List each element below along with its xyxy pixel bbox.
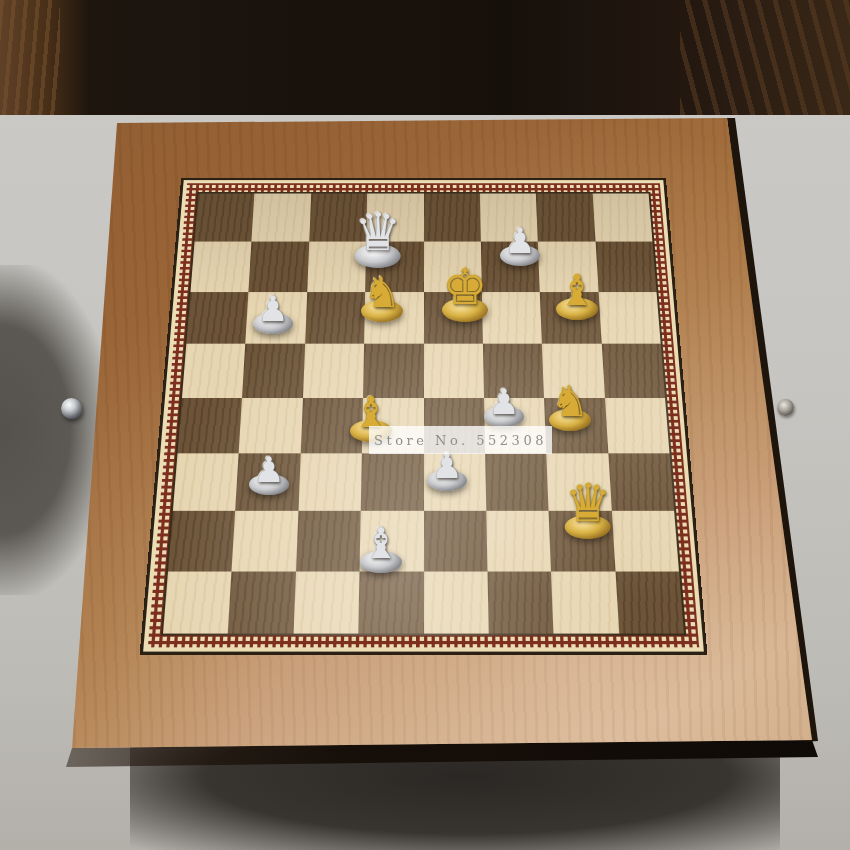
gold-knight-glyph: ♞ — [363, 272, 401, 314]
square-b8[interactable] — [252, 193, 311, 241]
silver-pawn-glyph: ♟ — [488, 385, 519, 420]
square-g1[interactable] — [551, 571, 619, 633]
square-h7[interactable] — [595, 242, 656, 292]
square-g8[interactable] — [536, 193, 595, 241]
gold-king-glyph: ♚ — [443, 262, 488, 312]
square-d3[interactable] — [361, 453, 424, 511]
shelf-wood-grain — [680, 0, 850, 115]
left-clasp-knob — [61, 398, 82, 419]
square-f3[interactable] — [485, 453, 549, 511]
piece-silver-pawn-f7[interactable]: ♟ — [500, 224, 540, 266]
square-b5[interactable] — [242, 344, 305, 398]
piece-gold-knight-d6[interactable]: ♞ — [361, 272, 403, 322]
square-c6[interactable] — [305, 292, 365, 344]
square-b2[interactable] — [232, 511, 298, 571]
square-a3[interactable] — [173, 453, 239, 511]
square-h3[interactable] — [608, 453, 674, 511]
piece-silver-pawn-f4[interactable]: ♟ — [484, 385, 524, 427]
piece-gold-queen-g2[interactable]: ♛ — [565, 477, 612, 539]
square-h4[interactable] — [605, 398, 670, 454]
piece-silver-pawn-b3[interactable]: ♟ — [249, 453, 289, 495]
square-a2[interactable] — [168, 511, 235, 571]
square-h8[interactable] — [592, 193, 652, 241]
piece-gold-bishop-g6[interactable]: ♝ — [556, 270, 598, 320]
square-a4[interactable] — [178, 398, 243, 454]
square-c3[interactable] — [298, 453, 362, 511]
silver-pawn-glyph: ♟ — [504, 224, 535, 259]
square-b7[interactable] — [249, 242, 309, 292]
square-e5[interactable] — [424, 344, 484, 398]
square-b4[interactable] — [239, 398, 303, 454]
square-h6[interactable] — [598, 292, 660, 344]
silver-bishop-glyph: ♝ — [362, 523, 400, 565]
square-f2[interactable] — [486, 511, 551, 571]
piece-silver-pawn-b6[interactable]: ♟ — [253, 292, 293, 334]
square-e2[interactable] — [424, 511, 488, 571]
square-h2[interactable] — [611, 511, 678, 571]
square-d1[interactable] — [358, 571, 423, 633]
square-e1[interactable] — [424, 571, 489, 633]
square-f1[interactable] — [487, 571, 553, 633]
gold-queen-glyph: ♛ — [565, 477, 612, 529]
square-e8[interactable] — [424, 193, 481, 241]
silver-pawn-glyph: ♟ — [257, 292, 288, 327]
gold-knight-glyph: ♞ — [551, 381, 589, 423]
silver-pawn-glyph: ♟ — [253, 453, 284, 488]
square-h1[interactable] — [615, 571, 684, 633]
square-a8[interactable] — [195, 193, 255, 241]
square-a6[interactable] — [186, 292, 248, 344]
square-c2[interactable] — [296, 511, 361, 571]
silver-queen-glyph: ♛ — [355, 206, 402, 258]
piece-gold-king-e6[interactable]: ♚ — [442, 262, 488, 322]
square-a5[interactable] — [182, 344, 246, 398]
playing-area — [161, 192, 687, 636]
square-f6[interactable] — [482, 292, 542, 344]
square-a1[interactable] — [163, 571, 232, 633]
square-a7[interactable] — [190, 242, 251, 292]
store-watermark: Store No. 552308 — [369, 426, 552, 454]
piece-gold-knight-g4[interactable]: ♞ — [549, 381, 591, 431]
piece-silver-pawn-e3[interactable]: ♟ — [427, 449, 467, 491]
square-c1[interactable] — [293, 571, 359, 633]
square-b1[interactable] — [228, 571, 296, 633]
square-h5[interactable] — [601, 344, 665, 398]
right-clasp-knob — [777, 399, 794, 416]
silver-pawn-glyph: ♟ — [431, 449, 462, 484]
gold-bishop-glyph: ♝ — [558, 270, 596, 312]
piece-silver-bishop-d2[interactable]: ♝ — [360, 523, 402, 573]
piece-silver-queen-d7[interactable]: ♛ — [355, 206, 402, 268]
shelf-wood-grain-left — [0, 0, 60, 115]
chess-board — [161, 192, 687, 636]
